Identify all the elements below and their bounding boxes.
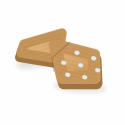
domino-product-photo <box>0 0 125 125</box>
domino-box-face <box>52 42 95 78</box>
domino-scene <box>0 0 125 125</box>
